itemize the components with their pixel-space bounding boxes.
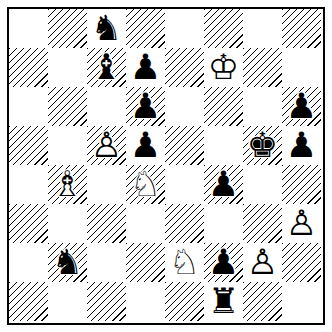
square-g1[interactable]: [243, 282, 282, 321]
piece-black-pawn[interactable]: ♟♟: [282, 87, 321, 126]
white-pawn-glyph: ♙: [91, 127, 122, 162]
black-pawn-glyph: ♟: [130, 127, 161, 162]
square-f7[interactable]: ♚♔: [204, 48, 243, 87]
square-a6[interactable]: [9, 87, 48, 126]
piece-black-knight[interactable]: ♞♞: [87, 9, 126, 48]
square-f2[interactable]: ♟♟: [204, 243, 243, 282]
black-knight-glyph: ♞: [91, 10, 122, 45]
black-knight-glyph: ♞: [52, 244, 83, 279]
square-h7[interactable]: [282, 48, 321, 87]
white-king-glyph: ♔: [208, 49, 239, 84]
square-d1[interactable]: [126, 282, 165, 321]
black-pawn-glyph: ♟: [286, 127, 317, 162]
square-d6[interactable]: ♟♟: [126, 87, 165, 126]
piece-white-pawn[interactable]: ♟♙: [87, 126, 126, 165]
chess-diagram: ♞♞♝♝♟♟♚♔♟♟♟♟♟♙♟♟♚♚♟♟♝♗♞♘♟♟♟♙♞♞♞♘♟♟♟♙♜♜: [0, 0, 332, 332]
square-e3[interactable]: [165, 204, 204, 243]
square-e8[interactable]: [165, 9, 204, 48]
black-pawn-glyph: ♟: [208, 244, 239, 279]
piece-black-pawn[interactable]: ♟♟: [204, 165, 243, 204]
square-e7[interactable]: [165, 48, 204, 87]
square-b8[interactable]: [48, 9, 87, 48]
square-e2[interactable]: ♞♘: [165, 243, 204, 282]
black-rook-glyph: ♜: [208, 283, 239, 318]
square-c3[interactable]: [87, 204, 126, 243]
square-e1[interactable]: [165, 282, 204, 321]
square-b5[interactable]: [48, 126, 87, 165]
square-b6[interactable]: [48, 87, 87, 126]
piece-white-king[interactable]: ♚♔: [204, 48, 243, 87]
square-h5[interactable]: ♟♟: [282, 126, 321, 165]
square-a8[interactable]: [9, 9, 48, 48]
square-f1[interactable]: ♜♜: [204, 282, 243, 321]
square-d2[interactable]: [126, 243, 165, 282]
square-c5[interactable]: ♟♙: [87, 126, 126, 165]
square-d5[interactable]: ♟♟: [126, 126, 165, 165]
piece-white-bishop[interactable]: ♝♗: [48, 165, 87, 204]
square-a5[interactable]: [9, 126, 48, 165]
chess-board: ♞♞♝♝♟♟♚♔♟♟♟♟♟♙♟♟♚♚♟♟♝♗♞♘♟♟♟♙♞♞♞♘♟♟♟♙♜♜: [9, 9, 321, 321]
square-g3[interactable]: [243, 204, 282, 243]
square-h6[interactable]: ♟♟: [282, 87, 321, 126]
white-knight-glyph: ♘: [130, 166, 161, 201]
square-f4[interactable]: ♟♟: [204, 165, 243, 204]
square-a4[interactable]: [9, 165, 48, 204]
square-a1[interactable]: [9, 282, 48, 321]
square-g7[interactable]: [243, 48, 282, 87]
square-h8[interactable]: [282, 9, 321, 48]
square-d8[interactable]: [126, 9, 165, 48]
black-king-glyph: ♚: [247, 127, 278, 162]
square-a2[interactable]: [9, 243, 48, 282]
square-c2[interactable]: [87, 243, 126, 282]
square-f3[interactable]: [204, 204, 243, 243]
square-c7[interactable]: ♝♝: [87, 48, 126, 87]
square-c1[interactable]: [87, 282, 126, 321]
square-e4[interactable]: [165, 165, 204, 204]
white-pawn-glyph: ♙: [286, 205, 317, 240]
square-b1[interactable]: [48, 282, 87, 321]
piece-white-pawn[interactable]: ♟♙: [243, 243, 282, 282]
square-g2[interactable]: ♟♙: [243, 243, 282, 282]
piece-black-knight[interactable]: ♞♞: [48, 243, 87, 282]
piece-white-knight[interactable]: ♞♘: [165, 243, 204, 282]
square-h1[interactable]: [282, 282, 321, 321]
piece-black-pawn[interactable]: ♟♟: [204, 243, 243, 282]
piece-black-pawn[interactable]: ♟♟: [282, 126, 321, 165]
square-g8[interactable]: [243, 9, 282, 48]
square-c6[interactable]: [87, 87, 126, 126]
piece-black-pawn[interactable]: ♟♟: [126, 87, 165, 126]
square-b3[interactable]: [48, 204, 87, 243]
square-a7[interactable]: [9, 48, 48, 87]
square-b2[interactable]: ♞♞: [48, 243, 87, 282]
piece-black-pawn[interactable]: ♟♟: [126, 48, 165, 87]
square-f5[interactable]: [204, 126, 243, 165]
square-e6[interactable]: [165, 87, 204, 126]
square-b7[interactable]: [48, 48, 87, 87]
black-pawn-glyph: ♟: [130, 88, 161, 123]
square-g5[interactable]: ♚♚: [243, 126, 282, 165]
black-pawn-glyph: ♟: [208, 166, 239, 201]
square-f6[interactable]: [204, 87, 243, 126]
black-pawn-glyph: ♟: [130, 49, 161, 84]
square-a3[interactable]: [9, 204, 48, 243]
square-d3[interactable]: [126, 204, 165, 243]
square-h2[interactable]: [282, 243, 321, 282]
square-d7[interactable]: ♟♟: [126, 48, 165, 87]
white-pawn-glyph: ♙: [247, 244, 278, 279]
square-g4[interactable]: [243, 165, 282, 204]
square-h3[interactable]: ♟♙: [282, 204, 321, 243]
square-c4[interactable]: [87, 165, 126, 204]
white-bishop-glyph: ♗: [52, 166, 83, 201]
black-pawn-glyph: ♟: [286, 88, 317, 123]
square-d4[interactable]: ♞♘: [126, 165, 165, 204]
square-b4[interactable]: ♝♗: [48, 165, 87, 204]
black-bishop-glyph: ♝: [91, 49, 122, 84]
square-e5[interactable]: [165, 126, 204, 165]
piece-black-bishop[interactable]: ♝♝: [87, 48, 126, 87]
piece-white-knight[interactable]: ♞♘: [126, 165, 165, 204]
piece-black-pawn[interactable]: ♟♟: [126, 126, 165, 165]
square-c8[interactable]: ♞♞: [87, 9, 126, 48]
white-knight-glyph: ♘: [169, 244, 200, 279]
square-f8[interactable]: [204, 9, 243, 48]
piece-black-rook[interactable]: ♜♜: [204, 282, 243, 321]
piece-black-king[interactable]: ♚♚: [243, 126, 282, 165]
square-g6[interactable]: [243, 87, 282, 126]
square-h4[interactable]: [282, 165, 321, 204]
piece-white-pawn[interactable]: ♟♙: [282, 204, 321, 243]
